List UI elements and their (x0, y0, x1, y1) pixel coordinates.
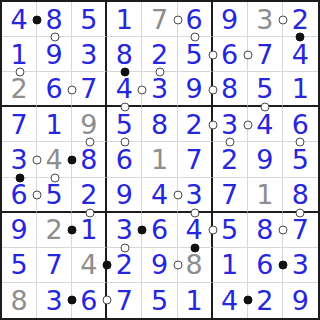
cell-r4c5[interactable]: 8 (142, 107, 177, 142)
solved-digit: 9 (10, 216, 27, 243)
solved-digit: 7 (116, 287, 133, 314)
solved-digit: 6 (221, 41, 238, 68)
solved-digit: 5 (292, 146, 309, 173)
cell-r9c9[interactable]: 9 (283, 283, 318, 318)
given-digit: 7 (151, 6, 168, 33)
cell-r7c9[interactable]: 7 (283, 213, 318, 248)
solved-digit: 7 (292, 216, 309, 243)
given-digit: 1 (256, 181, 273, 208)
cell-r2c5[interactable]: 2 (142, 37, 177, 72)
cell-r3c6[interactable]: 9 (178, 72, 213, 107)
solved-digit: 5 (116, 111, 133, 138)
solved-digit: 8 (80, 146, 97, 173)
solved-digit: 9 (151, 251, 168, 278)
cell-r2c6[interactable]: 5 (178, 37, 213, 72)
solved-digit: 4 (10, 6, 27, 33)
cell-r3c5[interactable]: 3 (142, 72, 177, 107)
solved-digit: 3 (46, 287, 63, 314)
solved-digit: 1 (221, 251, 238, 278)
solved-digit: 3 (151, 75, 168, 102)
cell-r9c5[interactable]: 5 (142, 283, 177, 318)
solved-digit: 9 (256, 146, 273, 173)
cell-r7c2[interactable]: 2 (37, 213, 72, 248)
solved-digit: 4 (292, 41, 309, 68)
solved-digit: 3 (80, 41, 97, 68)
cell-r9c3[interactable]: 6 (72, 283, 107, 318)
solved-digit: 9 (116, 181, 133, 208)
solved-digit: 1 (292, 75, 309, 102)
solved-digit: 5 (80, 6, 97, 33)
cell-r2c7[interactable]: 6 (213, 37, 248, 72)
cell-r2c3[interactable]: 3 (72, 37, 107, 72)
solved-digit: 6 (256, 251, 273, 278)
solved-digit: 3 (116, 216, 133, 243)
cell-r5c1[interactable]: 3 (2, 142, 37, 177)
cell-r3c4[interactable]: 4 (107, 72, 142, 107)
cell-r3c7[interactable]: 8 (213, 72, 248, 107)
cell-r4c9[interactable]: 6 (283, 107, 318, 142)
solved-digit: 5 (151, 287, 168, 314)
cell-r3c3[interactable]: 7 (72, 72, 107, 107)
solved-digit: 8 (46, 6, 63, 33)
cell-r2c9[interactable]: 4 (283, 37, 318, 72)
solved-digit: 5 (46, 181, 63, 208)
solved-digit: 7 (221, 181, 238, 208)
solved-digit: 9 (221, 6, 238, 33)
cell-r8c1[interactable]: 5 (2, 248, 37, 283)
solved-digit: 7 (46, 251, 63, 278)
given-digit: 2 (10, 75, 27, 102)
solved-digit: 2 (221, 146, 238, 173)
cell-r4c7[interactable]: 3 (213, 107, 248, 142)
solved-digit: 6 (80, 287, 97, 314)
solved-digit: 1 (46, 111, 63, 138)
cell-r7c3[interactable]: 1 (72, 213, 107, 248)
cell-r1c2[interactable]: 8 (37, 2, 72, 37)
solved-digit: 6 (151, 216, 168, 243)
cell-r1c1[interactable]: 4 (2, 2, 37, 37)
solved-digit: 5 (221, 216, 238, 243)
solved-digit: 1 (80, 216, 97, 243)
solved-digit: 8 (221, 75, 238, 102)
cell-r8c6[interactable]: 8 (178, 248, 213, 283)
solved-digit: 5 (10, 251, 27, 278)
solved-digit: 3 (186, 181, 203, 208)
solved-digit: 9 (46, 41, 63, 68)
solved-digit: 4 (186, 216, 203, 243)
solved-digit: 5 (256, 75, 273, 102)
cell-r9c4[interactable]: 7 (107, 283, 142, 318)
cell-r8c4[interactable]: 2 (107, 248, 142, 283)
cell-r1c5[interactable]: 7 (142, 2, 177, 37)
cell-r1c4[interactable]: 1 (107, 2, 142, 37)
cell-r6c4[interactable]: 9 (107, 178, 142, 213)
solved-digit: 3 (292, 251, 309, 278)
solved-digit: 4 (221, 287, 238, 314)
solved-digit: 8 (116, 41, 133, 68)
given-digit: 8 (186, 251, 203, 278)
cell-r7c6[interactable]: 4 (178, 213, 213, 248)
cell-r4c6[interactable]: 2 (178, 107, 213, 142)
solved-digit: 7 (186, 146, 203, 173)
cell-r8c3[interactable]: 4 (72, 248, 107, 283)
cell-r7c5[interactable]: 6 (142, 213, 177, 248)
cell-r5c2[interactable]: 4 (37, 142, 72, 177)
solved-digit: 6 (292, 111, 309, 138)
solved-digit: 3 (221, 111, 238, 138)
cell-r5c8[interactable]: 9 (248, 142, 283, 177)
cell-r8c9[interactable]: 3 (283, 248, 318, 283)
cell-r5c6[interactable]: 7 (178, 142, 213, 177)
given-digit: 4 (46, 146, 63, 173)
cell-r5c4[interactable]: 6 (107, 142, 142, 177)
cell-r1c9[interactable]: 2 (283, 2, 318, 37)
cell-r6c3[interactable]: 2 (72, 178, 107, 213)
cell-r5c7[interactable]: 2 (213, 142, 248, 177)
cell-r6c9[interactable]: 8 (283, 178, 318, 213)
solved-digit: 7 (10, 111, 27, 138)
solved-digit: 3 (10, 146, 27, 173)
cell-r5c3[interactable]: 8 (72, 142, 107, 177)
solved-digit: 5 (186, 41, 203, 68)
cell-r1c7[interactable]: 9 (213, 2, 248, 37)
solved-digit: 6 (10, 181, 27, 208)
cell-r6c5[interactable]: 4 (142, 178, 177, 213)
solved-digit: 9 (292, 287, 309, 314)
cell-r6c8[interactable]: 1 (248, 178, 283, 213)
cell-r1c8[interactable]: 3 (248, 2, 283, 37)
solved-digit: 7 (80, 75, 97, 102)
given-digit: 3 (256, 6, 273, 33)
solved-digit: 6 (46, 75, 63, 102)
solved-digit: 1 (116, 6, 133, 33)
solved-digit: 8 (151, 111, 168, 138)
solved-digit: 2 (116, 251, 133, 278)
kropki-sudoku-board: 4851769321938256742674398517195823463486… (0, 0, 320, 320)
cell-r7c8[interactable]: 8 (248, 213, 283, 248)
cell-r8c8[interactable]: 6 (248, 248, 283, 283)
cell-r6c6[interactable]: 3 (178, 178, 213, 213)
cell-r5c9[interactable]: 5 (283, 142, 318, 177)
cell-r6c2[interactable]: 5 (37, 178, 72, 213)
cell-r1c6[interactable]: 6 (178, 2, 213, 37)
cell-r9c2[interactable]: 3 (37, 283, 72, 318)
cell-r9c6[interactable]: 1 (178, 283, 213, 318)
solved-digit: 8 (256, 216, 273, 243)
solved-digit: 2 (80, 181, 97, 208)
solved-digit: 7 (256, 41, 273, 68)
cell-r2c8[interactable]: 7 (248, 37, 283, 72)
cell-r3c2[interactable]: 6 (37, 72, 72, 107)
cell-r7c1[interactable]: 9 (2, 213, 37, 248)
given-digit: 4 (80, 251, 97, 278)
cell-r5c5[interactable]: 1 (142, 142, 177, 177)
solved-digit: 2 (151, 41, 168, 68)
solved-digit: 1 (186, 287, 203, 314)
cell-r2c2[interactable]: 9 (37, 37, 72, 72)
given-digit: 8 (10, 287, 27, 314)
cell-r9c7[interactable]: 4 (213, 283, 248, 318)
cell-r8c7[interactable]: 1 (213, 248, 248, 283)
cell-r4c2[interactable]: 1 (37, 107, 72, 142)
cell-r4c3[interactable]: 9 (72, 107, 107, 142)
solved-digit: 4 (151, 181, 168, 208)
cell-r4c8[interactable]: 4 (248, 107, 283, 142)
cell-r6c7[interactable]: 7 (213, 178, 248, 213)
given-digit: 9 (80, 111, 97, 138)
solved-digit: 9 (186, 75, 203, 102)
cell-r3c1[interactable]: 2 (2, 72, 37, 107)
solved-digit: 6 (186, 6, 203, 33)
solved-digit: 8 (292, 181, 309, 208)
cell-r3c8[interactable]: 5 (248, 72, 283, 107)
cell-r8c5[interactable]: 9 (142, 248, 177, 283)
cell-r9c8[interactable]: 2 (248, 283, 283, 318)
cell-r4c4[interactable]: 5 (107, 107, 142, 142)
cell-r1c3[interactable]: 5 (72, 2, 107, 37)
cell-r7c7[interactable]: 5 (213, 213, 248, 248)
solved-digit: 2 (292, 6, 309, 33)
solved-digit: 4 (256, 111, 273, 138)
given-digit: 2 (46, 216, 63, 243)
solved-digit: 2 (256, 287, 273, 314)
given-digit: 1 (151, 146, 168, 173)
cell-r2c1[interactable]: 1 (2, 37, 37, 72)
cell-r7c4[interactable]: 3 (107, 213, 142, 248)
solved-digit: 6 (116, 146, 133, 173)
cell-r4c1[interactable]: 7 (2, 107, 37, 142)
cell-r3c9[interactable]: 1 (283, 72, 318, 107)
solved-digit: 4 (116, 75, 133, 102)
cell-r8c2[interactable]: 7 (37, 248, 72, 283)
cell-r2c4[interactable]: 8 (107, 37, 142, 72)
solved-digit: 1 (10, 41, 27, 68)
cell-r9c1[interactable]: 8 (2, 283, 37, 318)
cell-r6c1[interactable]: 6 (2, 178, 37, 213)
solved-digit: 2 (186, 111, 203, 138)
